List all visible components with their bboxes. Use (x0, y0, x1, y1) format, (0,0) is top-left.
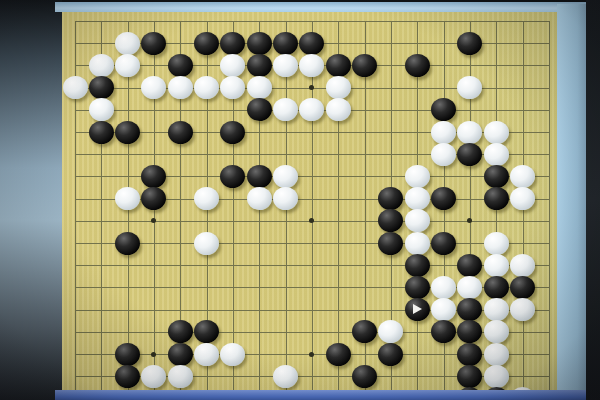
star-point (309, 218, 314, 223)
stone-white (431, 298, 456, 321)
stone-black (220, 165, 245, 188)
stone-black (431, 187, 456, 210)
grid-line-vertical (549, 21, 550, 390)
stone-white (484, 143, 509, 166)
stone-white (457, 276, 482, 299)
photo-background-right (586, 0, 600, 400)
stone-black (115, 121, 140, 144)
screen-edge-bottom (55, 390, 586, 400)
stone-white (510, 298, 535, 321)
stone-white (326, 98, 351, 121)
stone-white (220, 343, 245, 366)
stone-black (405, 254, 430, 277)
stone-white (378, 320, 403, 343)
stone-white (141, 365, 166, 388)
stone-white (168, 76, 193, 99)
stone-black (457, 254, 482, 277)
stone-black (168, 121, 193, 144)
star-point (309, 352, 314, 357)
photo-background-left (0, 0, 62, 400)
stone-white (247, 187, 272, 210)
stone-white (431, 121, 456, 144)
stone-black (247, 98, 272, 121)
stone-white (484, 365, 509, 388)
stone-white (220, 76, 245, 99)
stone-white (484, 320, 509, 343)
star-point (151, 352, 156, 357)
screen-edge-right (557, 4, 586, 394)
photo-of-screen (0, 0, 600, 400)
stone-black (273, 32, 298, 55)
stone-black (247, 165, 272, 188)
stone-white (89, 98, 114, 121)
stone-black (220, 121, 245, 144)
stone-black (457, 365, 482, 388)
stone-white (484, 298, 509, 321)
stone-white (457, 121, 482, 144)
stone-black (378, 232, 403, 255)
stone-black (299, 32, 324, 55)
stone-black (194, 320, 219, 343)
stone-white (484, 232, 509, 255)
stone-black (194, 32, 219, 55)
stone-white (431, 276, 456, 299)
stone-white (63, 76, 88, 99)
stone-black (89, 121, 114, 144)
stone-white (168, 365, 193, 388)
stone-black (431, 320, 456, 343)
stone-black (431, 98, 456, 121)
stone-black (457, 143, 482, 166)
stone-white (405, 187, 430, 210)
stone-white (194, 76, 219, 99)
last-move-marker (413, 304, 422, 314)
stone-black (168, 320, 193, 343)
stone-white (194, 343, 219, 366)
stone-white (484, 121, 509, 144)
screen-edge-top (55, 2, 586, 12)
stone-black (141, 32, 166, 55)
stone-black (115, 232, 140, 255)
stone-black (457, 32, 482, 55)
stone-black (168, 54, 193, 77)
stone-white (273, 98, 298, 121)
stone-black (115, 343, 140, 366)
stone-black (247, 32, 272, 55)
stone-white (220, 54, 245, 77)
star-point (467, 218, 472, 223)
stone-white (141, 76, 166, 99)
stone-black (141, 165, 166, 188)
stone-white (510, 254, 535, 277)
stone-white (115, 54, 140, 77)
stone-black (378, 209, 403, 232)
stone-black (141, 187, 166, 210)
stone-black (168, 343, 193, 366)
stone-white (299, 98, 324, 121)
stone-white (510, 165, 535, 188)
stone-white (484, 343, 509, 366)
stone-white (431, 143, 456, 166)
stone-black (484, 276, 509, 299)
stone-white (405, 209, 430, 232)
star-point (309, 85, 314, 90)
stone-black (89, 76, 114, 99)
stone-white (484, 254, 509, 277)
stone-black (431, 232, 456, 255)
stone-white (457, 76, 482, 99)
stone-white (405, 165, 430, 188)
stone-black (457, 343, 482, 366)
stone-black (457, 320, 482, 343)
stone-black (247, 54, 272, 77)
go-board[interactable] (62, 12, 557, 390)
stone-black (326, 343, 351, 366)
stone-black (484, 187, 509, 210)
stone-black (457, 298, 482, 321)
stone-white (247, 76, 272, 99)
stone-white (115, 187, 140, 210)
stone-black (220, 32, 245, 55)
stone-black (352, 54, 377, 77)
stone-black (405, 54, 430, 77)
stone-white (273, 365, 298, 388)
stone-white (273, 187, 298, 210)
stone-black (352, 320, 377, 343)
stone-black (405, 298, 430, 321)
stone-white (194, 187, 219, 210)
stone-black (352, 365, 377, 388)
stone-white (510, 187, 535, 210)
stone-white (405, 232, 430, 255)
stone-black (510, 276, 535, 299)
stone-white (299, 54, 324, 77)
stone-black (326, 54, 351, 77)
stone-white (326, 76, 351, 99)
grid-line-horizontal (75, 243, 549, 244)
stone-white (273, 54, 298, 77)
stone-black (378, 343, 403, 366)
star-point (151, 218, 156, 223)
stone-black (378, 187, 403, 210)
stone-white (89, 54, 114, 77)
stone-black (115, 365, 140, 388)
stone-white (273, 165, 298, 188)
stone-black (405, 276, 430, 299)
stone-white (194, 232, 219, 255)
stone-white (115, 32, 140, 55)
stone-black (484, 165, 509, 188)
